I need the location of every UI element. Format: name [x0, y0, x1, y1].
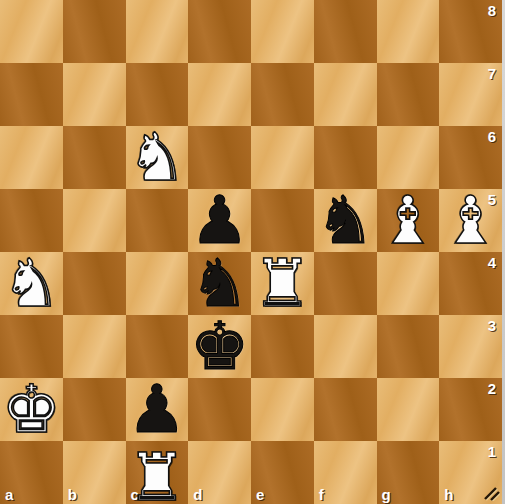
square-b3[interactable]: [63, 315, 126, 378]
black-knight[interactable]: ♞: [188, 252, 251, 315]
square-h4[interactable]: [439, 252, 502, 315]
square-d8[interactable]: [188, 0, 251, 63]
board-resize-handle-icon[interactable]: [482, 483, 500, 501]
white-bishop[interactable]: ♝: [439, 189, 502, 252]
square-e1[interactable]: [251, 441, 314, 504]
square-h8[interactable]: [439, 0, 502, 63]
square-e7[interactable]: [251, 63, 314, 126]
square-b1[interactable]: [63, 441, 126, 504]
square-d2[interactable]: [188, 378, 251, 441]
square-f4[interactable]: [314, 252, 377, 315]
white-king[interactable]: ♚: [0, 378, 63, 441]
square-a1[interactable]: [0, 441, 63, 504]
square-f8[interactable]: [314, 0, 377, 63]
square-d6[interactable]: [188, 126, 251, 189]
square-f3[interactable]: [314, 315, 377, 378]
square-a7[interactable]: [0, 63, 63, 126]
white-knight[interactable]: ♞: [126, 126, 189, 189]
chess-board[interactable]: abcdefgh87654321♞♟♞♝♝♞♞♜♚♚♟♜: [0, 0, 502, 504]
square-a6[interactable]: [0, 126, 63, 189]
square-e5[interactable]: [251, 189, 314, 252]
white-rook[interactable]: ♜: [251, 252, 314, 315]
square-g3[interactable]: [377, 315, 440, 378]
black-king[interactable]: ♚: [188, 315, 251, 378]
square-b8[interactable]: [63, 0, 126, 63]
square-d1[interactable]: [188, 441, 251, 504]
square-f7[interactable]: [314, 63, 377, 126]
square-g6[interactable]: [377, 126, 440, 189]
square-g7[interactable]: [377, 63, 440, 126]
square-g2[interactable]: [377, 378, 440, 441]
black-knight[interactable]: ♞: [314, 189, 377, 252]
square-b2[interactable]: [63, 378, 126, 441]
square-g4[interactable]: [377, 252, 440, 315]
black-pawn[interactable]: ♟: [188, 189, 251, 252]
square-f2[interactable]: [314, 378, 377, 441]
square-f6[interactable]: [314, 126, 377, 189]
square-e3[interactable]: [251, 315, 314, 378]
square-c7[interactable]: [126, 63, 189, 126]
square-b6[interactable]: [63, 126, 126, 189]
square-e2[interactable]: [251, 378, 314, 441]
black-pawn[interactable]: ♟: [126, 378, 189, 441]
square-e8[interactable]: [251, 0, 314, 63]
square-h6[interactable]: [439, 126, 502, 189]
square-g1[interactable]: [377, 441, 440, 504]
square-b4[interactable]: [63, 252, 126, 315]
white-knight[interactable]: ♞: [0, 252, 63, 315]
square-a5[interactable]: [0, 189, 63, 252]
square-b5[interactable]: [63, 189, 126, 252]
square-b7[interactable]: [63, 63, 126, 126]
white-bishop[interactable]: ♝: [377, 189, 440, 252]
white-rook[interactable]: ♜: [126, 446, 189, 504]
square-h2[interactable]: [439, 378, 502, 441]
square-d7[interactable]: [188, 63, 251, 126]
square-h3[interactable]: [439, 315, 502, 378]
square-f1[interactable]: [314, 441, 377, 504]
square-a8[interactable]: [0, 0, 63, 63]
square-h7[interactable]: [439, 63, 502, 126]
square-e6[interactable]: [251, 126, 314, 189]
square-c8[interactable]: [126, 0, 189, 63]
square-c5[interactable]: [126, 189, 189, 252]
chess-app: abcdefgh87654321♞♟♞♝♝♞♞♜♚♚♟♜: [0, 0, 505, 504]
square-a3[interactable]: [0, 315, 63, 378]
square-c4[interactable]: [126, 252, 189, 315]
square-g8[interactable]: [377, 0, 440, 63]
square-c3[interactable]: [126, 315, 189, 378]
